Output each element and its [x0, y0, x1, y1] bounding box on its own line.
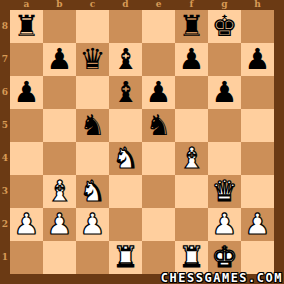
rank-label-8: 8 — [0, 10, 10, 43]
piece-white-rook: ♜︎ — [179, 241, 205, 274]
square-f3[interactable] — [175, 175, 208, 208]
piece-black-pawn: ♟︎ — [146, 76, 172, 109]
square-h2[interactable]: ♟︎ — [241, 208, 274, 241]
square-f5[interactable] — [175, 109, 208, 142]
square-g5[interactable] — [208, 109, 241, 142]
square-b2[interactable]: ♟︎ — [43, 208, 76, 241]
square-b4[interactable] — [43, 142, 76, 175]
square-c5[interactable]: ♞︎ — [76, 109, 109, 142]
square-e4[interactable] — [142, 142, 175, 175]
rank-label-3: 3 — [0, 175, 10, 208]
square-h8[interactable] — [241, 10, 274, 43]
rank-label-5: 5 — [0, 109, 10, 142]
file-label-b: b — [43, 0, 76, 10]
file-label-d: d — [109, 0, 142, 10]
piece-black-knight: ♞︎ — [80, 109, 106, 142]
square-h5[interactable] — [241, 109, 274, 142]
site-watermark: CHESSGAMES.COM — [161, 271, 283, 284]
square-d8[interactable] — [109, 10, 142, 43]
square-g4[interactable] — [208, 142, 241, 175]
file-label-a: a — [10, 0, 43, 10]
square-d1[interactable]: ♜︎ — [109, 241, 142, 274]
rank-label-7: 7 — [0, 43, 10, 76]
square-b6[interactable] — [43, 76, 76, 109]
square-g8[interactable]: ♚︎ — [208, 10, 241, 43]
square-e8[interactable] — [142, 10, 175, 43]
square-e7[interactable] — [142, 43, 175, 76]
chess-diagram: abcdefgh 87654321 ♜︎♜︎♚︎♟︎♛︎♝︎♟︎♟︎♟︎♝︎♟︎… — [0, 0, 284, 284]
piece-white-bishop: ♝︎ — [47, 175, 73, 208]
piece-black-queen: ♛︎ — [80, 43, 106, 76]
square-c4[interactable] — [76, 142, 109, 175]
piece-white-pawn: ♟︎ — [14, 208, 40, 241]
piece-black-pawn: ♟︎ — [212, 76, 238, 109]
rank-label-2: 2 — [0, 208, 10, 241]
square-a6[interactable]: ♟︎ — [10, 76, 43, 109]
square-g6[interactable]: ♟︎ — [208, 76, 241, 109]
piece-white-pawn: ♟︎ — [80, 208, 106, 241]
piece-white-rook: ♜︎ — [113, 241, 139, 274]
square-b5[interactable] — [43, 109, 76, 142]
square-h1[interactable] — [241, 241, 274, 274]
file-label-h: h — [241, 0, 274, 10]
square-h7[interactable]: ♟︎ — [241, 43, 274, 76]
piece-black-pawn: ♟︎ — [245, 43, 271, 76]
square-e3[interactable] — [142, 175, 175, 208]
chess-board[interactable]: ♜︎♜︎♚︎♟︎♛︎♝︎♟︎♟︎♟︎♝︎♟︎♟︎♞︎♞︎♞︎♝︎♝︎♞︎♛︎♟︎… — [10, 10, 274, 274]
square-c3[interactable]: ♞︎ — [76, 175, 109, 208]
piece-white-pawn: ♟︎ — [47, 208, 73, 241]
square-a1[interactable] — [10, 241, 43, 274]
piece-black-king: ♚︎ — [212, 10, 238, 43]
square-d3[interactable] — [109, 175, 142, 208]
square-f4[interactable]: ♝︎ — [175, 142, 208, 175]
square-c6[interactable] — [76, 76, 109, 109]
square-d7[interactable]: ♝︎ — [109, 43, 142, 76]
square-e5[interactable]: ♞︎ — [142, 109, 175, 142]
square-c7[interactable]: ♛︎ — [76, 43, 109, 76]
square-c2[interactable]: ♟︎ — [76, 208, 109, 241]
file-label-e: e — [142, 0, 175, 10]
piece-white-knight: ♞︎ — [113, 142, 139, 175]
square-d6[interactable]: ♝︎ — [109, 76, 142, 109]
square-b7[interactable]: ♟︎ — [43, 43, 76, 76]
square-a7[interactable] — [10, 43, 43, 76]
rank-label-1: 1 — [0, 241, 10, 274]
square-g2[interactable]: ♟︎ — [208, 208, 241, 241]
square-g1[interactable]: ♚︎ — [208, 241, 241, 274]
piece-white-knight: ♞︎ — [80, 175, 106, 208]
piece-white-king: ♚︎ — [212, 241, 238, 274]
file-label-g: g — [208, 0, 241, 10]
piece-black-rook: ♜︎ — [14, 10, 40, 43]
square-a3[interactable] — [10, 175, 43, 208]
piece-black-knight: ♞︎ — [146, 109, 172, 142]
square-b8[interactable] — [43, 10, 76, 43]
square-b3[interactable]: ♝︎ — [43, 175, 76, 208]
piece-white-bishop: ♝︎ — [179, 142, 205, 175]
piece-black-pawn: ♟︎ — [47, 43, 73, 76]
square-a4[interactable] — [10, 142, 43, 175]
square-g3[interactable]: ♛︎ — [208, 175, 241, 208]
piece-black-pawn: ♟︎ — [179, 43, 205, 76]
square-d4[interactable]: ♞︎ — [109, 142, 142, 175]
square-h6[interactable] — [241, 76, 274, 109]
piece-black-rook: ♜︎ — [179, 10, 205, 43]
square-a2[interactable]: ♟︎ — [10, 208, 43, 241]
square-d2[interactable] — [109, 208, 142, 241]
square-d5[interactable] — [109, 109, 142, 142]
square-e1[interactable] — [142, 241, 175, 274]
piece-black-pawn: ♟︎ — [14, 76, 40, 109]
square-c1[interactable] — [76, 241, 109, 274]
square-f1[interactable]: ♜︎ — [175, 241, 208, 274]
square-f2[interactable] — [175, 208, 208, 241]
square-f6[interactable] — [175, 76, 208, 109]
file-label-f: f — [175, 0, 208, 10]
piece-white-pawn: ♟︎ — [212, 208, 238, 241]
piece-white-pawn: ♟︎ — [245, 208, 271, 241]
square-b1[interactable] — [43, 241, 76, 274]
piece-black-bishop: ♝︎ — [113, 43, 139, 76]
square-f8[interactable]: ♜︎ — [175, 10, 208, 43]
piece-white-queen: ♛︎ — [212, 175, 238, 208]
file-label-c: c — [76, 0, 109, 10]
square-c8[interactable] — [76, 10, 109, 43]
rank-label-4: 4 — [0, 142, 10, 175]
square-e6[interactable]: ♟︎ — [142, 76, 175, 109]
square-g7[interactable] — [208, 43, 241, 76]
piece-black-bishop: ♝︎ — [113, 76, 139, 109]
square-h3[interactable] — [241, 175, 274, 208]
rank-label-6: 6 — [0, 76, 10, 109]
square-a8[interactable]: ♜︎ — [10, 10, 43, 43]
square-h4[interactable] — [241, 142, 274, 175]
square-a5[interactable] — [10, 109, 43, 142]
square-f7[interactable]: ♟︎ — [175, 43, 208, 76]
square-e2[interactable] — [142, 208, 175, 241]
